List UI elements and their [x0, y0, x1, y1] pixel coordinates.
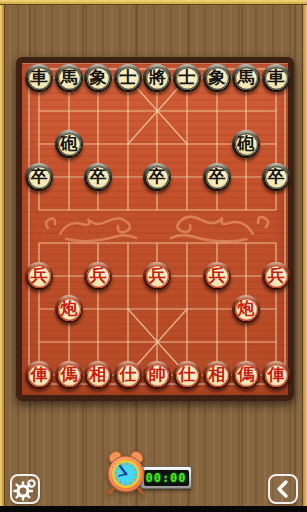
piece-black-soldier[interactable]: 卒 — [25, 163, 53, 191]
piece-glyph: 卒 — [90, 163, 107, 191]
piece-red-soldier[interactable]: 兵 — [25, 262, 53, 290]
piece-glyph: 炮 — [238, 295, 255, 323]
piece-glyph: 卒 — [209, 163, 226, 191]
piece-glyph: 仕 — [120, 361, 137, 389]
piece-glyph: 馬 — [238, 64, 255, 92]
piece-red-cannon[interactable]: 炮 — [232, 295, 260, 323]
piece-glyph: 砲 — [61, 130, 78, 158]
piece-black-chariot[interactable]: 車 — [25, 64, 53, 92]
piece-glyph: 士 — [120, 64, 137, 92]
piece-glyph: 仕 — [179, 361, 196, 389]
piece-black-cannon[interactable]: 砲 — [55, 130, 83, 158]
piece-glyph: 帥 — [149, 361, 166, 389]
piece-glyph: 馬 — [61, 64, 78, 92]
piece-glyph: 卒 — [149, 163, 166, 191]
piece-glyph: 兵 — [90, 262, 107, 290]
piece-glyph: 兵 — [31, 262, 48, 290]
piece-red-elephant[interactable]: 相 — [84, 361, 112, 389]
piece-glyph: 車 — [268, 64, 285, 92]
piece-glyph: 傌 — [238, 361, 255, 389]
screen-frame-right — [302, 0, 307, 512]
piece-red-advisor[interactable]: 仕 — [173, 361, 201, 389]
piece-black-elephant[interactable]: 象 — [203, 64, 231, 92]
pieces-layer: 車馬象士將士象馬車砲砲卒卒卒卒卒兵兵兵兵兵炮炮俥傌相仕帥仕相傌俥 — [0, 0, 307, 512]
piece-glyph: 車 — [31, 64, 48, 92]
piece-red-horse[interactable]: 傌 — [55, 361, 83, 389]
piece-glyph: 相 — [209, 361, 226, 389]
piece-glyph: 砲 — [238, 130, 255, 158]
piece-black-elephant[interactable]: 象 — [84, 64, 112, 92]
piece-red-horse[interactable]: 傌 — [232, 361, 260, 389]
piece-black-horse[interactable]: 馬 — [232, 64, 260, 92]
piece-black-advisor[interactable]: 士 — [114, 64, 142, 92]
chevron-left-icon — [270, 476, 296, 502]
piece-red-soldier[interactable]: 兵 — [262, 262, 290, 290]
piece-black-soldier[interactable]: 卒 — [84, 163, 112, 191]
piece-glyph: 相 — [90, 361, 107, 389]
piece-glyph: 卒 — [268, 163, 285, 191]
piece-black-advisor[interactable]: 士 — [173, 64, 201, 92]
piece-red-chariot[interactable]: 俥 — [262, 361, 290, 389]
settings-button[interactable] — [10, 474, 40, 504]
piece-red-advisor[interactable]: 仕 — [114, 361, 142, 389]
screen-frame-bottom — [0, 506, 307, 512]
screen-frame-left — [0, 0, 5, 512]
piece-glyph: 將 — [149, 64, 166, 92]
piece-black-soldier[interactable]: 卒 — [262, 163, 290, 191]
game-screen: 車馬象士將士象馬車砲砲卒卒卒卒卒兵兵兵兵兵炮炮俥傌相仕帥仕相傌俥 00:00 — [0, 0, 307, 512]
piece-glyph: 兵 — [149, 262, 166, 290]
piece-black-soldier[interactable]: 卒 — [143, 163, 171, 191]
piece-red-elephant[interactable]: 相 — [203, 361, 231, 389]
piece-glyph: 象 — [209, 64, 226, 92]
piece-red-soldier[interactable]: 兵 — [143, 262, 171, 290]
piece-red-general[interactable]: 帥 — [143, 361, 171, 389]
piece-glyph: 兵 — [268, 262, 285, 290]
timer-value: 00:00 — [144, 470, 189, 486]
piece-glyph: 俥 — [268, 361, 285, 389]
piece-glyph: 俥 — [31, 361, 48, 389]
piece-glyph: 兵 — [209, 262, 226, 290]
piece-red-chariot[interactable]: 俥 — [25, 361, 53, 389]
piece-red-soldier[interactable]: 兵 — [203, 262, 231, 290]
piece-black-chariot[interactable]: 車 — [262, 64, 290, 92]
piece-glyph: 傌 — [61, 361, 78, 389]
screen-frame-top — [0, 0, 307, 5]
piece-glyph: 炮 — [61, 295, 78, 323]
back-button[interactable] — [268, 474, 298, 504]
piece-black-soldier[interactable]: 卒 — [203, 163, 231, 191]
gear-icon — [12, 476, 38, 502]
piece-glyph: 卒 — [31, 163, 48, 191]
piece-black-general[interactable]: 將 — [143, 64, 171, 92]
piece-glyph: 象 — [90, 64, 107, 92]
alarm-clock-icon — [103, 448, 149, 496]
piece-black-horse[interactable]: 馬 — [55, 64, 83, 92]
piece-red-soldier[interactable]: 兵 — [84, 262, 112, 290]
piece-red-cannon[interactable]: 炮 — [55, 295, 83, 323]
piece-black-cannon[interactable]: 砲 — [232, 130, 260, 158]
piece-glyph: 士 — [179, 64, 196, 92]
